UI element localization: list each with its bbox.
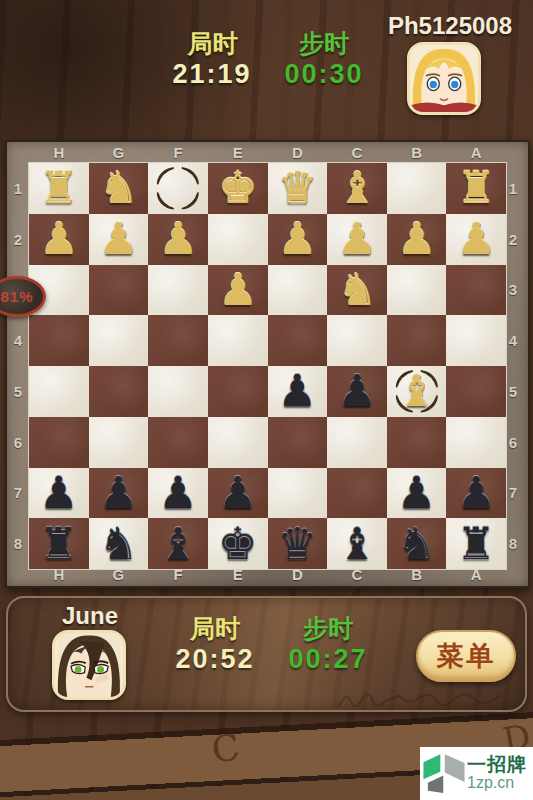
- square-f1[interactable]: [148, 163, 208, 214]
- piece-wN-c3: ♞: [337, 268, 376, 312]
- square-g5[interactable]: [89, 366, 149, 417]
- square-b5[interactable]: ♝: [387, 366, 447, 417]
- piece-bB-f8: ♝: [158, 522, 197, 566]
- square-e6[interactable]: [208, 417, 268, 468]
- watermark-brand: 一招牌: [467, 755, 527, 775]
- rank-labels-right: 12345678: [504, 163, 522, 569]
- square-c3[interactable]: ♞: [327, 265, 387, 316]
- top-move-time: 00:30: [268, 59, 380, 90]
- square-b3[interactable]: [387, 265, 447, 316]
- piece-bP-b7: ♟: [397, 471, 436, 515]
- brunette-character-icon: [55, 633, 123, 697]
- piece-bR-h8: ♜: [39, 522, 78, 566]
- bottom-move-time: 00:27: [272, 644, 384, 675]
- rank-label-1: 1: [9, 163, 27, 214]
- square-c7[interactable]: [327, 468, 387, 519]
- square-g1[interactable]: ♞: [89, 163, 149, 214]
- piece-bK-e8: ♚: [218, 522, 257, 566]
- piece-wB-c1: ♝: [337, 166, 376, 210]
- file-label-a: A: [446, 143, 506, 163]
- piece-wR-a1: ♜: [456, 166, 495, 210]
- square-e2[interactable]: [208, 214, 268, 265]
- top-player-name: Ph5125008: [375, 12, 525, 40]
- square-d5[interactable]: ♟: [268, 366, 328, 417]
- board-grid: ♜♞♚♛♝♜♟♟♟♟♟♟♟♟♞♟♟♝♟♟♟♟♟♟♜♞♝♚♛♝♞♜: [29, 163, 506, 569]
- piece-wP-b2: ♟: [397, 217, 436, 261]
- square-f7[interactable]: ♟: [148, 468, 208, 519]
- rank-label-5: 5: [9, 366, 27, 417]
- square-a6[interactable]: [446, 417, 506, 468]
- square-f3[interactable]: [148, 265, 208, 316]
- rank-label-7: 7: [504, 468, 522, 519]
- top-game-time: 21:19: [143, 59, 281, 90]
- chess-board: HGFEDCBA HGFEDCBA 12345678 12345678 ♜♞♚♛…: [5, 140, 530, 588]
- piece-wN-g1: ♞: [99, 166, 138, 210]
- square-b8[interactable]: ♞: [387, 518, 447, 569]
- square-a8[interactable]: ♜: [446, 518, 506, 569]
- rank-label-8: 8: [504, 518, 522, 569]
- square-d3[interactable]: [268, 265, 328, 316]
- rank-label-6: 6: [504, 417, 522, 468]
- square-f2[interactable]: ♟: [148, 214, 208, 265]
- piece-wQ-d1: ♛: [278, 166, 317, 210]
- file-label-h: H: [29, 143, 89, 163]
- square-a5[interactable]: [446, 366, 506, 417]
- piece-bP-e7: ♟: [218, 471, 257, 515]
- file-label-b: B: [387, 143, 447, 163]
- square-e3[interactable]: ♟: [208, 265, 268, 316]
- piece-bP-f7: ♟: [158, 471, 197, 515]
- square-a1[interactable]: ♜: [446, 163, 506, 214]
- square-e1[interactable]: ♚: [208, 163, 268, 214]
- square-g7[interactable]: ♟: [89, 468, 149, 519]
- square-g3[interactable]: [89, 265, 149, 316]
- rank-label-4: 4: [9, 315, 27, 366]
- piece-wP-a2: ♟: [456, 217, 495, 261]
- piece-bP-d5: ♟: [278, 369, 317, 413]
- square-h7[interactable]: ♟: [29, 468, 89, 519]
- square-b6[interactable]: [387, 417, 447, 468]
- square-c8[interactable]: ♝: [327, 518, 387, 569]
- rank-label-4: 4: [504, 315, 522, 366]
- handwriting-decor: [335, 686, 505, 714]
- piece-wP-c2: ♟: [337, 217, 376, 261]
- square-d7[interactable]: [268, 468, 328, 519]
- square-c5[interactable]: ♟: [327, 366, 387, 417]
- file-labels-top: HGFEDCBA: [29, 143, 506, 163]
- bottom-player-avatar[interactable]: [52, 630, 126, 700]
- square-g8[interactable]: ♞: [89, 518, 149, 569]
- square-a2[interactable]: ♟: [446, 214, 506, 265]
- piece-wB-b5: ♝: [397, 369, 436, 413]
- piece-wP-e3: ♟: [218, 268, 257, 312]
- square-c4[interactable]: [327, 315, 387, 366]
- square-f6[interactable]: [148, 417, 208, 468]
- piece-wP-f2: ♟: [158, 217, 197, 261]
- rank-label-2: 2: [9, 214, 27, 265]
- square-a4[interactable]: [446, 315, 506, 366]
- square-d4[interactable]: [268, 315, 328, 366]
- rank-label-8: 8: [9, 518, 27, 569]
- square-h6[interactable]: [29, 417, 89, 468]
- square-b2[interactable]: ♟: [387, 214, 447, 265]
- piece-bN-g8: ♞: [99, 522, 138, 566]
- rank-label-7: 7: [9, 468, 27, 519]
- wood-letter-c: C: [209, 726, 242, 770]
- square-e8[interactable]: ♚: [208, 518, 268, 569]
- piece-bN-b8: ♞: [397, 522, 436, 566]
- square-b7[interactable]: ♟: [387, 468, 447, 519]
- piece-bR-a8: ♜: [456, 522, 495, 566]
- top-move-time-label: 步时: [278, 27, 370, 60]
- square-g6[interactable]: [89, 417, 149, 468]
- game-screen: 局时 21:19 步时 00:30 Ph5125008 HGFEDCBA HGF…: [0, 0, 533, 800]
- top-game-time-label: 局时: [155, 27, 270, 60]
- rank-label-1: 1: [504, 163, 522, 214]
- square-h8[interactable]: ♜: [29, 518, 89, 569]
- square-f4[interactable]: [148, 315, 208, 366]
- piece-bP-h7: ♟: [39, 471, 78, 515]
- watermark: 一招牌 1zp.cn: [420, 747, 533, 800]
- square-e4[interactable]: [208, 315, 268, 366]
- square-a7[interactable]: ♟: [446, 468, 506, 519]
- rank-label-3: 3: [504, 265, 522, 316]
- square-e5[interactable]: [208, 366, 268, 417]
- bottom-game-time-label: 局时: [160, 612, 270, 645]
- file-label-c: C: [327, 143, 387, 163]
- cube-logo-icon: [422, 751, 466, 797]
- square-c1[interactable]: ♝: [327, 163, 387, 214]
- square-e7[interactable]: ♟: [208, 468, 268, 519]
- square-d6[interactable]: [268, 417, 328, 468]
- piece-bB-c8: ♝: [337, 522, 376, 566]
- square-h5[interactable]: [29, 366, 89, 417]
- file-label-e: E: [208, 143, 268, 163]
- square-d8[interactable]: ♛: [268, 518, 328, 569]
- piece-wR-h1: ♜: [39, 166, 78, 210]
- rank-label-5: 5: [504, 366, 522, 417]
- square-f8[interactable]: ♝: [148, 518, 208, 569]
- piece-bP-a7: ♟: [456, 471, 495, 515]
- bottom-move-time-label: 步时: [282, 612, 374, 645]
- rank-labels-left: 12345678: [9, 163, 27, 569]
- piece-wP-g2: ♟: [99, 217, 138, 261]
- watermark-domain: 1zp.cn: [467, 775, 527, 792]
- file-label-g: G: [89, 143, 149, 163]
- rank-label-2: 2: [504, 214, 522, 265]
- file-label-f: F: [148, 143, 208, 163]
- piece-wP-h2: ♟: [39, 217, 78, 261]
- file-label-d: D: [268, 143, 328, 163]
- square-g2[interactable]: ♟: [89, 214, 149, 265]
- piece-bP-c5: ♟: [337, 369, 376, 413]
- square-d2[interactable]: ♟: [268, 214, 328, 265]
- piece-bQ-d8: ♛: [278, 522, 317, 566]
- bottom-player-name: June: [30, 602, 150, 630]
- piece-wK-e1: ♚: [218, 166, 257, 210]
- square-a3[interactable]: [446, 265, 506, 316]
- bottom-game-time: 20:52: [148, 644, 282, 675]
- square-c6[interactable]: [327, 417, 387, 468]
- square-g4[interactable]: [89, 315, 149, 366]
- last-move-marker: [148, 163, 208, 214]
- square-h1[interactable]: ♜: [29, 163, 89, 214]
- piece-wP-d2: ♟: [278, 217, 317, 261]
- rank-label-6: 6: [9, 417, 27, 468]
- square-h4[interactable]: [29, 315, 89, 366]
- square-h2[interactable]: ♟: [29, 214, 89, 265]
- square-b4[interactable]: [387, 315, 447, 366]
- square-f5[interactable]: [148, 366, 208, 417]
- menu-button[interactable]: 菜单: [416, 630, 516, 682]
- square-c2[interactable]: ♟: [327, 214, 387, 265]
- blonde-character-icon: [410, 45, 478, 112]
- top-player-avatar[interactable]: [407, 42, 481, 115]
- piece-bP-g7: ♟: [99, 471, 138, 515]
- square-b1[interactable]: [387, 163, 447, 214]
- square-d1[interactable]: ♛: [268, 163, 328, 214]
